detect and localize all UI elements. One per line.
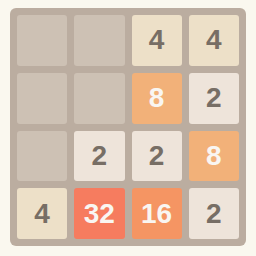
- empty-cell: [74, 73, 124, 124]
- tile-2: 2: [74, 131, 124, 182]
- empty-cell: [17, 15, 67, 66]
- tile-2: 2: [189, 73, 239, 124]
- tile-4: 4: [17, 188, 67, 239]
- tile-8: 8: [132, 73, 182, 124]
- tile-32: 32: [74, 188, 124, 239]
- empty-cell: [17, 73, 67, 124]
- page-background: 4482228432162: [0, 0, 256, 256]
- tile-8: 8: [189, 131, 239, 182]
- empty-cell: [74, 15, 124, 66]
- tile-16: 16: [132, 188, 182, 239]
- game-board[interactable]: 4482228432162: [10, 8, 246, 246]
- tile-4: 4: [132, 15, 182, 66]
- tile-2: 2: [189, 188, 239, 239]
- empty-cell: [17, 131, 67, 182]
- tile-4: 4: [189, 15, 239, 66]
- tile-2: 2: [132, 131, 182, 182]
